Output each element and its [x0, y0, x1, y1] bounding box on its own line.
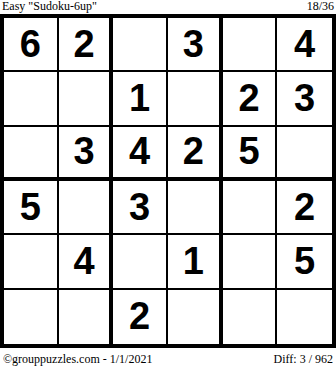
puzzle-page: Easy "Sudoku-6up" 18/36 6 2 3 4 1 2 3 3 … — [0, 0, 336, 370]
cell-r5c2: 4 — [59, 235, 114, 289]
cell-r4c4[interactable] — [168, 181, 223, 235]
cell-r1c3[interactable] — [113, 18, 168, 72]
cell-r1c6: 4 — [277, 18, 332, 72]
cell-r4c6: 2 — [277, 181, 332, 235]
cell-r2c2[interactable] — [59, 72, 114, 126]
sudoku-board: 6 2 3 4 1 2 3 3 4 2 5 5 3 2 4 1 5 — [0, 14, 336, 348]
cell-r6c5[interactable] — [223, 290, 278, 344]
cell-r6c1[interactable] — [4, 290, 59, 344]
cell-r6c4[interactable] — [168, 290, 223, 344]
copyright-text: ©grouppuzzles.com - 1/1/2021 — [3, 352, 152, 367]
cell-r3c4: 2 — [168, 127, 223, 181]
cell-r3c5: 5 — [223, 127, 278, 181]
cell-r5c3[interactable] — [113, 235, 168, 289]
cell-r2c3: 1 — [113, 72, 168, 126]
cell-r5c5[interactable] — [223, 235, 278, 289]
cell-r5c1[interactable] — [4, 235, 59, 289]
cell-r4c3: 3 — [113, 181, 168, 235]
header: Easy "Sudoku-6up" 18/36 — [0, 0, 336, 14]
puzzle-title: Easy "Sudoku-6up" — [2, 0, 97, 13]
cell-r2c6: 3 — [277, 72, 332, 126]
givens-counter: 18/36 — [307, 0, 334, 13]
cell-r3c2: 3 — [59, 127, 114, 181]
cell-r1c2: 2 — [59, 18, 114, 72]
cell-r4c2[interactable] — [59, 181, 114, 235]
cell-r3c1[interactable] — [4, 127, 59, 181]
cell-r6c3: 2 — [113, 290, 168, 344]
cell-r4c1: 5 — [4, 181, 59, 235]
cell-r2c5: 2 — [223, 72, 278, 126]
cell-r2c4[interactable] — [168, 72, 223, 126]
footer: ©grouppuzzles.com - 1/1/2021 Diff: 3 / 9… — [0, 348, 336, 370]
cell-r6c2[interactable] — [59, 290, 114, 344]
cell-r1c4: 3 — [168, 18, 223, 72]
cell-r6c6[interactable] — [277, 290, 332, 344]
cell-r3c3: 4 — [113, 127, 168, 181]
cell-r5c6: 5 — [277, 235, 332, 289]
cell-r2c1[interactable] — [4, 72, 59, 126]
cell-r5c4: 1 — [168, 235, 223, 289]
cell-r1c1: 6 — [4, 18, 59, 72]
cell-r4c5[interactable] — [223, 181, 278, 235]
difficulty-text: Diff: 3 / 962 — [274, 352, 333, 367]
cell-r1c5[interactable] — [223, 18, 278, 72]
cell-r3c6[interactable] — [277, 127, 332, 181]
